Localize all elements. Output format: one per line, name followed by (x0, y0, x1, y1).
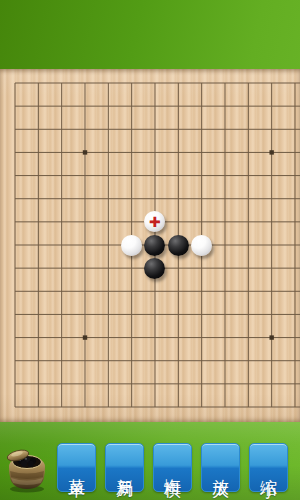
stone (121, 235, 142, 256)
menu-button[interactable]: 菜单 (57, 443, 96, 492)
go-stone-bowl-icon (7, 447, 47, 493)
stone (191, 235, 212, 256)
gomoku-board[interactable]: ✚ (0, 69, 300, 422)
toolbar: 菜单 新局 悔棋 放大 缩小 (0, 422, 300, 500)
new-game-button[interactable]: 新局 (105, 443, 144, 492)
zoom-out-button[interactable]: 缩小 (249, 443, 288, 492)
last-move-marker: ✚ (144, 211, 165, 232)
stone (168, 235, 189, 256)
stone (144, 258, 165, 279)
stone (144, 235, 165, 256)
zoom-in-button[interactable]: 放大 (201, 443, 240, 492)
undo-button[interactable]: 悔棋 (153, 443, 192, 492)
game-screen: ✚ (0, 0, 300, 500)
